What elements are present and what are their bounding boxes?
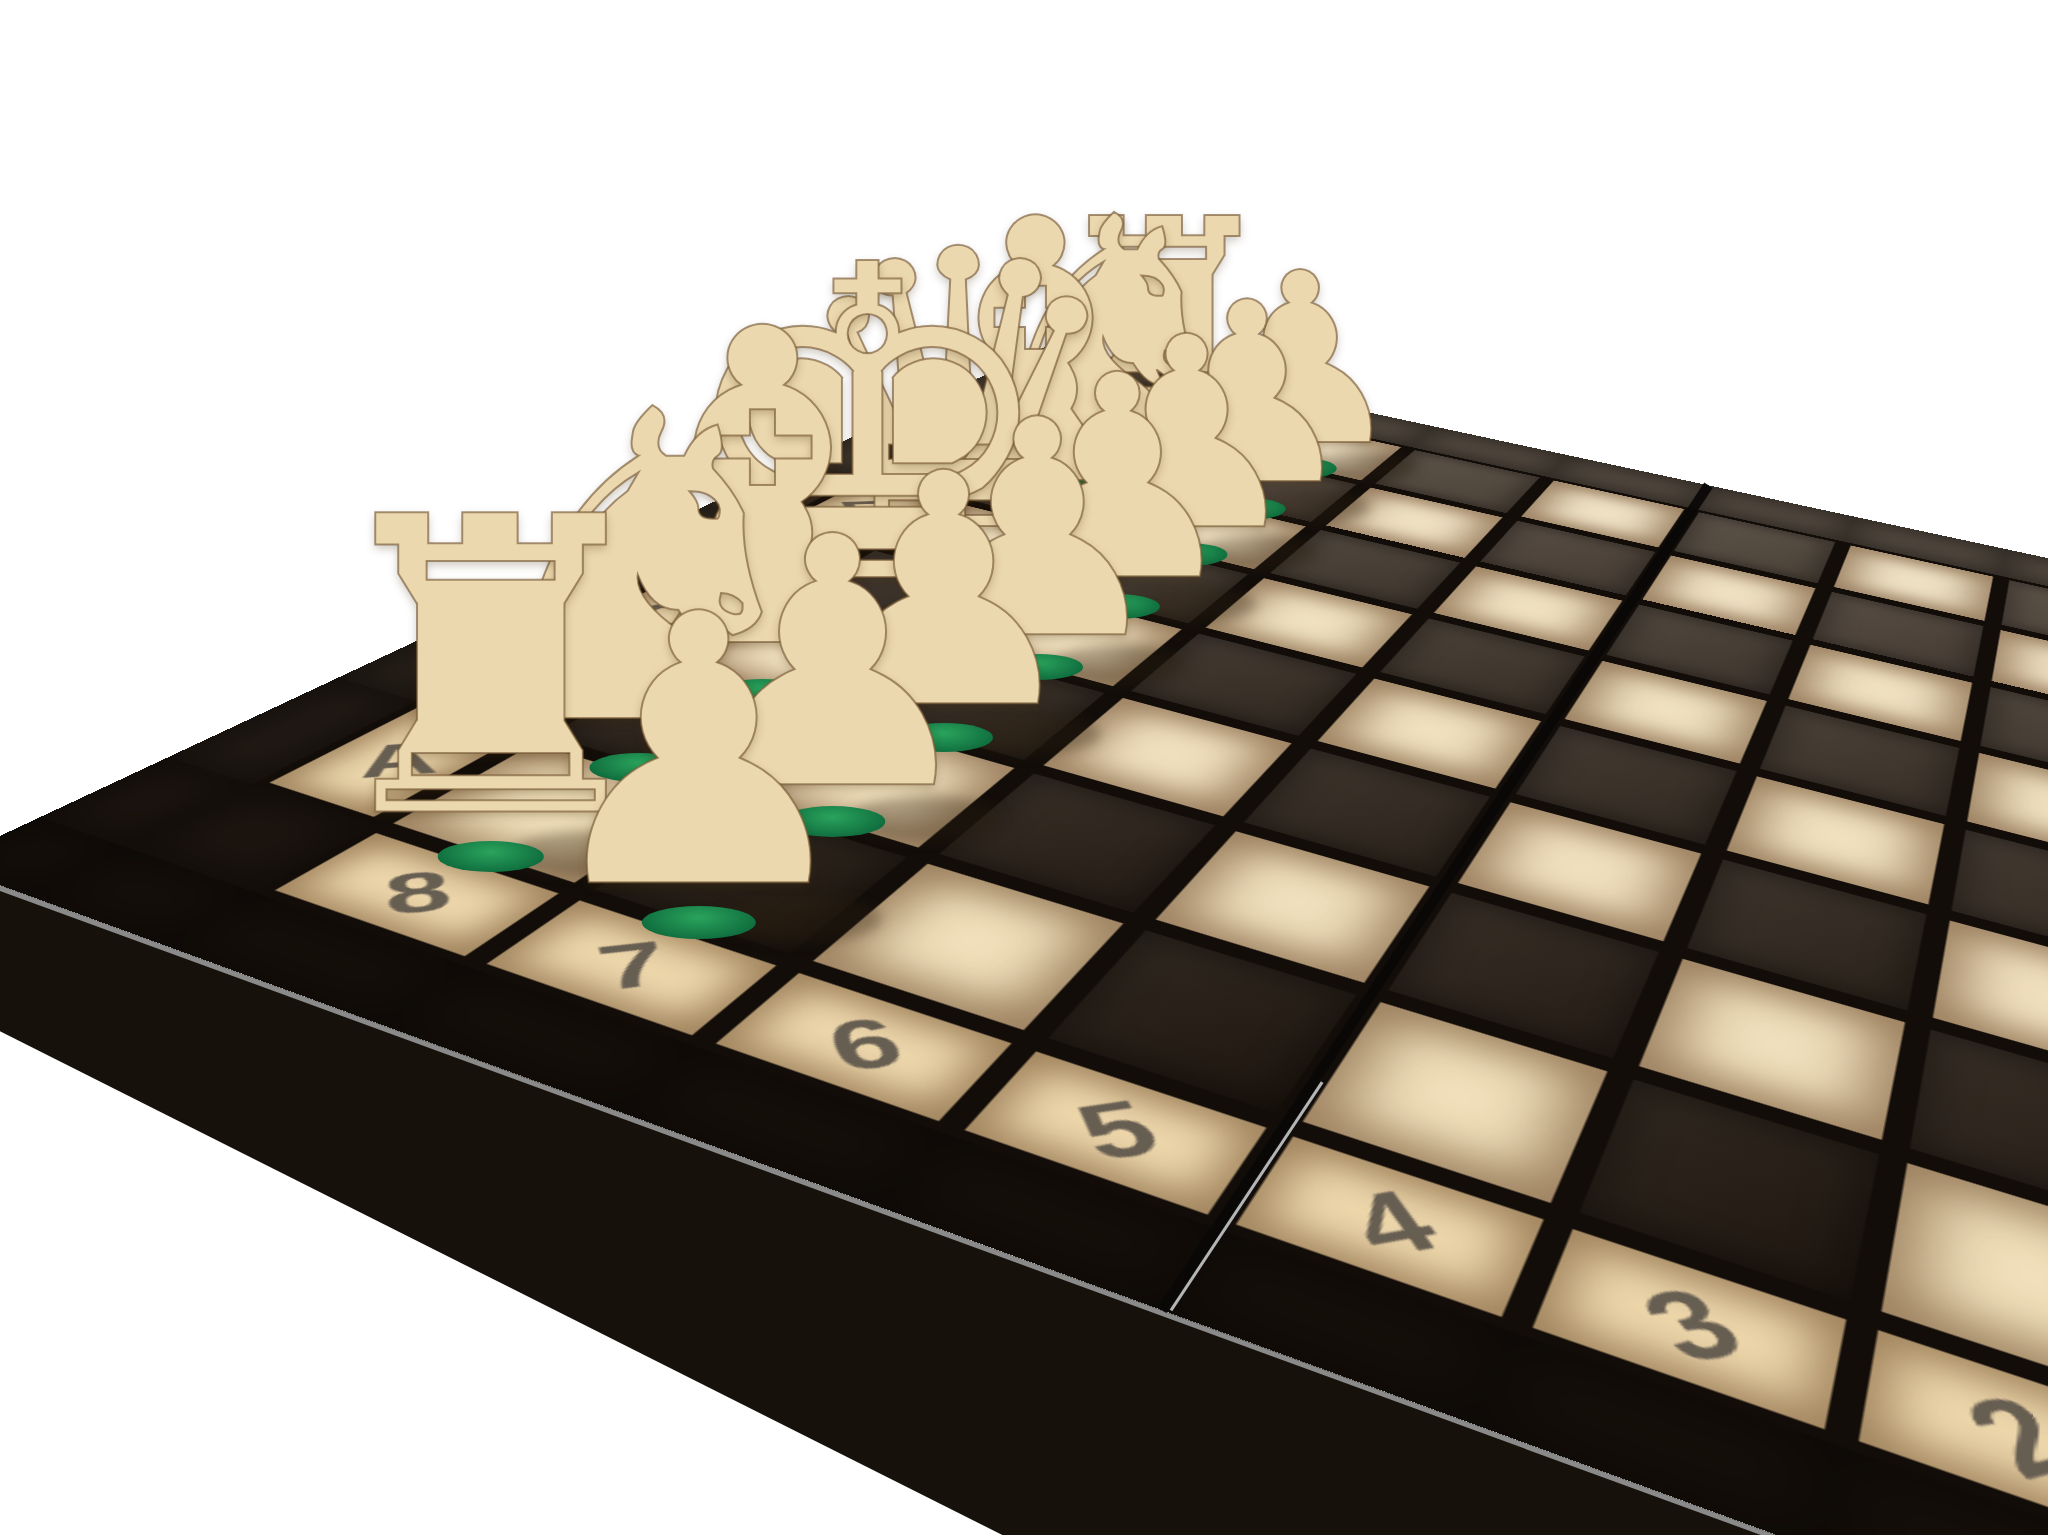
photo-scene: Wooden folding chess set, light-coloured…	[0, 0, 2048, 1535]
hinge-groove	[1162, 485, 1708, 1310]
hinge-sheen	[1171, 1082, 1322, 1310]
board-hinge-and-sheen	[0, 0, 2048, 1535]
